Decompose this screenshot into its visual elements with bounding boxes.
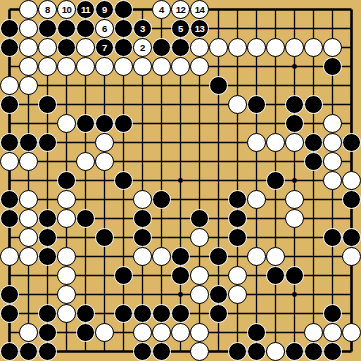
board-point[interactable] xyxy=(285,228,304,247)
board-point[interactable] xyxy=(0,95,19,114)
board-point[interactable] xyxy=(114,152,133,171)
board-point[interactable] xyxy=(247,95,266,114)
board-point[interactable] xyxy=(190,171,209,190)
board-point[interactable] xyxy=(114,19,133,38)
board-point[interactable] xyxy=(285,323,304,342)
board-point[interactable] xyxy=(323,190,342,209)
board-point[interactable] xyxy=(228,228,247,247)
board-point[interactable] xyxy=(38,38,57,57)
board-point[interactable] xyxy=(247,171,266,190)
board-point[interactable] xyxy=(76,247,95,266)
board-point[interactable] xyxy=(152,342,171,361)
board-point[interactable] xyxy=(342,228,361,247)
board-point[interactable] xyxy=(228,247,247,266)
board-point[interactable] xyxy=(57,247,76,266)
board-point[interactable] xyxy=(133,285,152,304)
board-point[interactable] xyxy=(19,228,38,247)
board-point[interactable] xyxy=(133,323,152,342)
board-point[interactable] xyxy=(266,190,285,209)
board-point[interactable] xyxy=(114,247,133,266)
board-point[interactable] xyxy=(285,57,304,76)
board-point[interactable] xyxy=(57,95,76,114)
board-point[interactable] xyxy=(95,114,114,133)
board-point[interactable] xyxy=(228,0,247,19)
board-point[interactable] xyxy=(190,133,209,152)
board-point[interactable] xyxy=(171,152,190,171)
board-point[interactable] xyxy=(57,228,76,247)
board-point[interactable] xyxy=(38,342,57,361)
board-point[interactable] xyxy=(114,323,133,342)
board-point[interactable]: 2 xyxy=(133,38,152,57)
board-point[interactable] xyxy=(209,342,228,361)
board-point[interactable] xyxy=(304,57,323,76)
board-point[interactable] xyxy=(38,285,57,304)
board-point[interactable] xyxy=(266,114,285,133)
board-point[interactable] xyxy=(57,57,76,76)
board-point[interactable] xyxy=(285,95,304,114)
board-point[interactable] xyxy=(133,76,152,95)
board-point[interactable] xyxy=(57,266,76,285)
board-point[interactable] xyxy=(76,57,95,76)
board-point[interactable] xyxy=(266,0,285,19)
board-point[interactable] xyxy=(133,152,152,171)
board-point[interactable] xyxy=(342,76,361,95)
board-point[interactable] xyxy=(0,76,19,95)
board-point[interactable]: 6 xyxy=(95,19,114,38)
board-point[interactable] xyxy=(342,19,361,38)
board-point[interactable] xyxy=(285,0,304,19)
board-point[interactable]: 13 xyxy=(190,19,209,38)
board-point[interactable] xyxy=(57,152,76,171)
board-point[interactable] xyxy=(171,76,190,95)
board-point[interactable]: 8 xyxy=(38,0,57,19)
board-point[interactable] xyxy=(266,304,285,323)
board-point[interactable] xyxy=(323,342,342,361)
board-point[interactable] xyxy=(323,152,342,171)
board-point[interactable] xyxy=(304,0,323,19)
board-point[interactable] xyxy=(57,304,76,323)
board-point[interactable] xyxy=(19,0,38,19)
board-point[interactable] xyxy=(190,285,209,304)
board-point[interactable] xyxy=(228,95,247,114)
board-point[interactable] xyxy=(190,247,209,266)
board-point[interactable] xyxy=(190,38,209,57)
board-point[interactable] xyxy=(95,190,114,209)
board-point[interactable] xyxy=(57,323,76,342)
board-point[interactable] xyxy=(266,152,285,171)
board-point[interactable] xyxy=(76,342,95,361)
board-point[interactable] xyxy=(209,0,228,19)
board-point[interactable] xyxy=(95,266,114,285)
board-point[interactable] xyxy=(19,57,38,76)
board-point[interactable] xyxy=(152,95,171,114)
board-point[interactable] xyxy=(57,342,76,361)
board-point[interactable] xyxy=(171,190,190,209)
board-point[interactable] xyxy=(323,114,342,133)
board-point[interactable] xyxy=(323,38,342,57)
board-point[interactable] xyxy=(76,323,95,342)
board-point[interactable] xyxy=(342,133,361,152)
board-point[interactable] xyxy=(0,323,19,342)
board-point[interactable] xyxy=(304,190,323,209)
board-point[interactable] xyxy=(285,114,304,133)
board-point[interactable] xyxy=(304,304,323,323)
board-point[interactable] xyxy=(76,114,95,133)
board-point[interactable] xyxy=(209,266,228,285)
board-point[interactable] xyxy=(342,266,361,285)
board-point[interactable] xyxy=(76,285,95,304)
board-point[interactable] xyxy=(171,114,190,133)
board-point[interactable] xyxy=(228,57,247,76)
board-point[interactable] xyxy=(95,304,114,323)
board-point[interactable] xyxy=(285,76,304,95)
board-point[interactable] xyxy=(247,247,266,266)
board-point[interactable] xyxy=(171,342,190,361)
board-point[interactable] xyxy=(0,209,19,228)
board-point[interactable]: 12 xyxy=(171,0,190,19)
board-point[interactable] xyxy=(285,342,304,361)
board-point[interactable] xyxy=(38,114,57,133)
board-point[interactable] xyxy=(57,285,76,304)
board-point[interactable] xyxy=(285,209,304,228)
board-point[interactable] xyxy=(114,95,133,114)
board-point[interactable] xyxy=(190,304,209,323)
board-point[interactable] xyxy=(171,247,190,266)
board-point[interactable] xyxy=(266,76,285,95)
board-point[interactable] xyxy=(114,266,133,285)
board-point[interactable] xyxy=(38,152,57,171)
board-point[interactable] xyxy=(19,133,38,152)
board-point[interactable] xyxy=(190,114,209,133)
board-point[interactable] xyxy=(95,209,114,228)
board-point[interactable] xyxy=(285,285,304,304)
board-point[interactable] xyxy=(323,209,342,228)
board-point[interactable] xyxy=(171,285,190,304)
board-point[interactable] xyxy=(228,38,247,57)
board-point[interactable] xyxy=(342,190,361,209)
board-point[interactable] xyxy=(228,209,247,228)
board-point[interactable] xyxy=(209,133,228,152)
board-point[interactable] xyxy=(76,95,95,114)
board-point[interactable]: 11 xyxy=(76,0,95,19)
board-point[interactable] xyxy=(342,323,361,342)
board-point[interactable] xyxy=(133,209,152,228)
board-point[interactable] xyxy=(19,285,38,304)
board-point[interactable] xyxy=(133,171,152,190)
board-point[interactable] xyxy=(323,76,342,95)
board-point[interactable] xyxy=(76,19,95,38)
board-point[interactable] xyxy=(57,114,76,133)
board-point[interactable] xyxy=(76,38,95,57)
board-point[interactable] xyxy=(171,228,190,247)
board-point[interactable] xyxy=(171,209,190,228)
board-point[interactable]: 5 xyxy=(171,19,190,38)
board-point[interactable] xyxy=(247,304,266,323)
board-point[interactable] xyxy=(190,209,209,228)
board-point[interactable] xyxy=(304,247,323,266)
board-point[interactable] xyxy=(209,76,228,95)
board-point[interactable]: 3 xyxy=(133,19,152,38)
board-point[interactable] xyxy=(266,38,285,57)
board-point[interactable] xyxy=(285,133,304,152)
board-point[interactable] xyxy=(304,114,323,133)
board-point[interactable] xyxy=(190,228,209,247)
board-point[interactable] xyxy=(304,38,323,57)
board-point[interactable] xyxy=(228,152,247,171)
board-point[interactable] xyxy=(247,152,266,171)
board-point[interactable] xyxy=(19,38,38,57)
board-point[interactable] xyxy=(266,57,285,76)
board-point[interactable] xyxy=(0,342,19,361)
board-point[interactable] xyxy=(152,304,171,323)
board-point[interactable] xyxy=(304,285,323,304)
board-point[interactable] xyxy=(228,304,247,323)
board-point[interactable] xyxy=(114,133,133,152)
board-point[interactable] xyxy=(304,133,323,152)
board-point[interactable] xyxy=(114,209,133,228)
board-point[interactable] xyxy=(171,171,190,190)
board-point[interactable] xyxy=(19,190,38,209)
board-point[interactable] xyxy=(228,171,247,190)
board-point[interactable] xyxy=(209,38,228,57)
board-point[interactable] xyxy=(0,266,19,285)
board-point[interactable] xyxy=(0,0,19,19)
board-point[interactable] xyxy=(19,114,38,133)
board-point[interactable] xyxy=(114,76,133,95)
board-point[interactable] xyxy=(323,323,342,342)
board-point[interactable] xyxy=(190,266,209,285)
board-point[interactable] xyxy=(266,209,285,228)
board-point[interactable] xyxy=(266,266,285,285)
board-point[interactable] xyxy=(209,19,228,38)
board-point[interactable] xyxy=(76,228,95,247)
board-point[interactable] xyxy=(228,190,247,209)
board-point[interactable] xyxy=(57,76,76,95)
board-point[interactable] xyxy=(19,95,38,114)
board-point[interactable] xyxy=(152,57,171,76)
board-point[interactable] xyxy=(19,209,38,228)
board-point[interactable] xyxy=(323,247,342,266)
board-point[interactable] xyxy=(304,171,323,190)
board-point[interactable] xyxy=(209,152,228,171)
board-point[interactable] xyxy=(133,0,152,19)
board-point[interactable] xyxy=(228,266,247,285)
board-point[interactable] xyxy=(76,171,95,190)
board-point[interactable] xyxy=(342,152,361,171)
board-point[interactable] xyxy=(0,285,19,304)
board-point[interactable] xyxy=(95,57,114,76)
board-point[interactable] xyxy=(152,323,171,342)
board-point[interactable] xyxy=(323,133,342,152)
board-point[interactable] xyxy=(190,57,209,76)
board-point[interactable] xyxy=(304,342,323,361)
board-point[interactable] xyxy=(247,19,266,38)
board-point[interactable] xyxy=(19,323,38,342)
board-point[interactable] xyxy=(0,152,19,171)
board-point[interactable] xyxy=(323,19,342,38)
board-point[interactable] xyxy=(19,152,38,171)
board-point[interactable] xyxy=(19,342,38,361)
board-point[interactable] xyxy=(342,95,361,114)
board-point[interactable] xyxy=(171,323,190,342)
board-point[interactable] xyxy=(95,342,114,361)
board-point[interactable] xyxy=(247,323,266,342)
board-point[interactable] xyxy=(266,247,285,266)
board-point[interactable] xyxy=(133,95,152,114)
board-point[interactable]: 10 xyxy=(57,0,76,19)
board-point[interactable] xyxy=(38,323,57,342)
board-point[interactable] xyxy=(228,342,247,361)
board-point[interactable] xyxy=(133,57,152,76)
board-point[interactable] xyxy=(152,19,171,38)
board-point[interactable] xyxy=(38,19,57,38)
board-point[interactable] xyxy=(57,209,76,228)
board-point[interactable] xyxy=(76,266,95,285)
board-point[interactable] xyxy=(228,76,247,95)
board-point[interactable] xyxy=(190,76,209,95)
board-point[interactable] xyxy=(209,285,228,304)
board-point[interactable] xyxy=(228,133,247,152)
board-point[interactable] xyxy=(38,76,57,95)
board-point[interactable] xyxy=(38,266,57,285)
board-point[interactable] xyxy=(342,285,361,304)
board-point[interactable] xyxy=(95,247,114,266)
board-point[interactable] xyxy=(304,209,323,228)
board-point[interactable] xyxy=(247,114,266,133)
board-point[interactable] xyxy=(247,285,266,304)
board-point[interactable] xyxy=(190,95,209,114)
board-point[interactable] xyxy=(38,95,57,114)
board-point[interactable] xyxy=(0,133,19,152)
board-point[interactable] xyxy=(95,133,114,152)
board-point[interactable] xyxy=(95,152,114,171)
board-point[interactable] xyxy=(285,247,304,266)
board-point[interactable] xyxy=(19,76,38,95)
board-point[interactable] xyxy=(114,342,133,361)
board-point[interactable] xyxy=(0,228,19,247)
board-point[interactable] xyxy=(323,304,342,323)
board-point[interactable] xyxy=(342,304,361,323)
board-point[interactable] xyxy=(152,266,171,285)
board-point[interactable] xyxy=(190,152,209,171)
board-point[interactable] xyxy=(38,57,57,76)
board-point[interactable] xyxy=(247,133,266,152)
board-point[interactable] xyxy=(57,171,76,190)
board-point[interactable] xyxy=(266,95,285,114)
board-point[interactable] xyxy=(304,323,323,342)
board-point[interactable] xyxy=(171,57,190,76)
board-point[interactable] xyxy=(266,285,285,304)
board-point[interactable] xyxy=(190,190,209,209)
board-point[interactable] xyxy=(95,171,114,190)
board-point[interactable] xyxy=(285,152,304,171)
board-point[interactable] xyxy=(285,304,304,323)
board-point[interactable] xyxy=(76,152,95,171)
board-point[interactable] xyxy=(152,285,171,304)
board-point[interactable] xyxy=(76,209,95,228)
board-point[interactable] xyxy=(0,171,19,190)
board-point[interactable] xyxy=(171,38,190,57)
board-point[interactable] xyxy=(95,95,114,114)
board-point[interactable] xyxy=(152,76,171,95)
board-point[interactable] xyxy=(76,133,95,152)
board-point[interactable] xyxy=(266,19,285,38)
board-point[interactable] xyxy=(323,228,342,247)
board-point[interactable] xyxy=(342,209,361,228)
board-point[interactable] xyxy=(285,38,304,57)
board-point[interactable] xyxy=(209,190,228,209)
board-point[interactable] xyxy=(0,247,19,266)
board-point[interactable] xyxy=(266,228,285,247)
board-point[interactable] xyxy=(0,57,19,76)
board-point[interactable] xyxy=(285,190,304,209)
board-point[interactable]: 14 xyxy=(190,0,209,19)
board-point[interactable] xyxy=(76,190,95,209)
board-point[interactable] xyxy=(114,304,133,323)
board-point[interactable] xyxy=(323,171,342,190)
board-point[interactable] xyxy=(342,38,361,57)
board-point[interactable] xyxy=(304,152,323,171)
board-point[interactable] xyxy=(342,57,361,76)
board-point[interactable] xyxy=(209,228,228,247)
board-point[interactable] xyxy=(19,247,38,266)
board-point[interactable] xyxy=(152,152,171,171)
board-point[interactable] xyxy=(209,57,228,76)
board-point[interactable] xyxy=(171,304,190,323)
board-point[interactable]: 9 xyxy=(95,0,114,19)
board-point[interactable] xyxy=(342,247,361,266)
board-point[interactable] xyxy=(133,342,152,361)
board-point[interactable] xyxy=(19,19,38,38)
board-point[interactable] xyxy=(171,95,190,114)
board-point[interactable] xyxy=(114,114,133,133)
board-point[interactable] xyxy=(38,304,57,323)
board-point[interactable] xyxy=(76,76,95,95)
board-point[interactable] xyxy=(323,57,342,76)
board-point[interactable] xyxy=(285,266,304,285)
board-point[interactable] xyxy=(133,133,152,152)
board-point[interactable] xyxy=(342,114,361,133)
board-point[interactable] xyxy=(19,304,38,323)
board-point[interactable] xyxy=(133,228,152,247)
board-point[interactable] xyxy=(228,19,247,38)
board-point[interactable] xyxy=(152,247,171,266)
board-point[interactable] xyxy=(133,266,152,285)
board-point[interactable] xyxy=(57,38,76,57)
board-point[interactable] xyxy=(114,285,133,304)
board-point[interactable] xyxy=(38,171,57,190)
board-point[interactable] xyxy=(114,38,133,57)
board-point[interactable] xyxy=(38,133,57,152)
board-point[interactable] xyxy=(57,133,76,152)
board-point[interactable] xyxy=(323,0,342,19)
board-point[interactable] xyxy=(38,228,57,247)
board-point[interactable] xyxy=(323,266,342,285)
board-point[interactable] xyxy=(19,266,38,285)
board-point[interactable] xyxy=(95,323,114,342)
board-point[interactable] xyxy=(133,114,152,133)
board-point[interactable] xyxy=(228,323,247,342)
board-point[interactable] xyxy=(19,171,38,190)
board-point[interactable] xyxy=(228,114,247,133)
board-point[interactable] xyxy=(57,190,76,209)
board-point[interactable] xyxy=(152,114,171,133)
board-point[interactable] xyxy=(114,228,133,247)
board-point[interactable] xyxy=(304,95,323,114)
board-point[interactable] xyxy=(114,171,133,190)
board-point[interactable] xyxy=(323,95,342,114)
board-point[interactable] xyxy=(114,57,133,76)
